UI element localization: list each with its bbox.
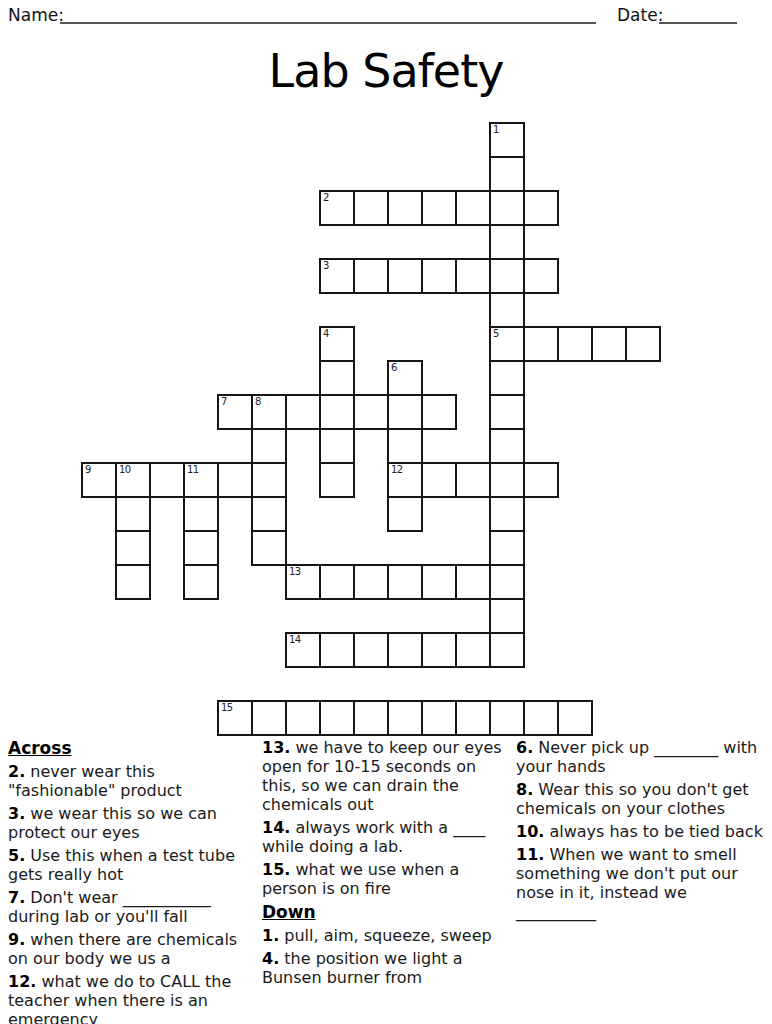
clue-num-down-8: 8. [516,780,533,799]
clue-num-across-7: 7. [8,888,25,907]
clue-across-13: 13. we have to keep our eyes open for 10… [262,738,508,814]
cell-number-4: 4 [323,328,329,339]
grid-cell-r6c13[interactable] [523,326,559,362]
grid-cell-r11c5[interactable] [251,496,287,532]
grid-cell-r6c14[interactable] [557,326,593,362]
crossword-grid: 123456789101112131415 [81,122,661,736]
clue-num-across-5: 5. [8,846,25,865]
grid-cell-r13c10[interactable] [421,564,457,600]
grid-cell-r13c3[interactable] [183,564,219,600]
clue-across-2: 2. never wear this "fashionable" product [8,762,256,800]
grid-cell-r17c12[interactable] [489,700,525,736]
grid-cell-r10c2[interactable] [149,462,185,498]
clue-num-down-1: 1. [262,926,279,945]
cell-number-2: 2 [323,192,329,203]
grid-cell-r6c12[interactable]: 5 [489,326,525,362]
clue-column-left: Across2. never wear this "fashionable" p… [8,738,256,1024]
grid-cell-r8c4[interactable]: 7 [217,394,253,430]
grid-cell-r17c10[interactable] [421,700,457,736]
grid-cell-r12c1[interactable] [115,530,151,566]
grid-cell-r4c7[interactable]: 3 [319,258,355,294]
grid-cell-r10c4[interactable] [217,462,253,498]
cell-number-8: 8 [255,396,261,407]
cell-number-10: 10 [119,464,131,475]
grid-cell-r9c12[interactable] [489,428,525,464]
grid-cell-r17c11[interactable] [455,700,491,736]
grid-cell-r1c12[interactable] [489,156,525,192]
grid-cell-r8c5[interactable]: 8 [251,394,287,430]
grid-cell-r8c8[interactable] [353,394,389,430]
grid-cell-r15c7[interactable] [319,632,355,668]
grid-cell-r10c5[interactable] [251,462,287,498]
cell-number-7: 7 [221,396,227,407]
grid-cell-r8c9[interactable] [387,394,423,430]
grid-cell-r11c3[interactable] [183,496,219,532]
grid-cell-r10c1[interactable]: 10 [115,462,151,498]
date-blank-line[interactable] [659,4,737,24]
grid-cell-r8c12[interactable] [489,394,525,430]
clue-across-3: 3. we wear this so we can protect our ey… [8,804,256,842]
grid-cell-r17c6[interactable] [285,700,321,736]
clue-num-across-14: 14. [262,818,290,837]
clue-column-middle: 13. we have to keep our eyes open for 10… [262,738,508,991]
clues-heading-down: Down [262,902,508,922]
grid-cell-r10c12[interactable] [489,462,525,498]
clues-heading-across: Across [8,738,256,758]
grid-cell-r10c9[interactable]: 12 [387,462,423,498]
grid-cell-r13c12[interactable] [489,564,525,600]
grid-cell-r8c10[interactable] [421,394,457,430]
grid-cell-r17c14[interactable] [557,700,593,736]
grid-cell-r13c6[interactable]: 13 [285,564,321,600]
grid-cell-r11c9[interactable] [387,496,423,532]
clue-across-15: 15. what we use when a person is on fire [262,860,508,898]
grid-cell-r11c12[interactable] [489,496,525,532]
grid-cell-r9c5[interactable] [251,428,287,464]
grid-cell-r10c7[interactable] [319,462,355,498]
cell-number-11: 11 [187,464,199,475]
grid-cell-r15c6[interactable]: 14 [285,632,321,668]
cell-number-6: 6 [391,362,397,373]
grid-cell-r2c8[interactable] [353,190,389,226]
grid-cell-r7c12[interactable] [489,360,525,396]
cell-number-14: 14 [289,634,301,645]
clue-across-5: 5. Use this when a test tube gets really… [8,846,256,884]
cell-number-3: 3 [323,260,329,271]
grid-cell-r5c12[interactable] [489,292,525,328]
grid-cell-r2c7[interactable]: 2 [319,190,355,226]
grid-cell-r15c12[interactable] [489,632,525,668]
grid-cell-r10c10[interactable] [421,462,457,498]
clue-across-9: 9. when there are chemicals on our body … [8,930,256,968]
grid-cell-r13c9[interactable] [387,564,423,600]
grid-cell-r10c0[interactable]: 9 [81,462,117,498]
clue-num-down-4: 4. [262,949,279,968]
clue-num-across-2: 2. [8,762,25,781]
grid-cell-r14c12[interactable] [489,598,525,634]
grid-cell-r6c15[interactable] [591,326,627,362]
name-label: Name: [8,5,64,25]
grid-cell-r12c3[interactable] [183,530,219,566]
name-blank-line[interactable] [60,4,596,24]
grid-cell-r17c7[interactable] [319,700,355,736]
clue-num-down-10: 10. [516,822,544,841]
clue-column-right: 6. Never pick up ________ with your hand… [516,738,768,925]
grid-cell-r8c7[interactable] [319,394,355,430]
grid-cell-r12c12[interactable] [489,530,525,566]
grid-cell-r17c5[interactable] [251,700,287,736]
cell-number-13: 13 [289,566,301,577]
grid-cell-r9c9[interactable] [387,428,423,464]
grid-cell-r8c6[interactable] [285,394,321,430]
grid-cell-r4c10[interactable] [421,258,457,294]
grid-cell-r15c8[interactable] [353,632,389,668]
cell-number-12: 12 [391,464,403,475]
clue-num-down-11: 11. [516,845,544,864]
grid-cell-r4c11[interactable] [455,258,491,294]
clue-num-down-6: 6. [516,738,533,757]
grid-cell-r15c10[interactable] [421,632,457,668]
grid-cell-r2c13[interactable] [523,190,559,226]
grid-cell-r6c16[interactable] [625,326,661,362]
grid-cell-r17c8[interactable] [353,700,389,736]
cell-number-1: 1 [493,124,499,135]
grid-cell-r9c7[interactable] [319,428,355,464]
grid-cell-r13c8[interactable] [353,564,389,600]
grid-cell-r7c7[interactable] [319,360,355,396]
grid-cell-r2c12[interactable] [489,190,525,226]
grid-cell-r4c9[interactable] [387,258,423,294]
cell-number-15: 15 [221,702,233,713]
grid-cell-r2c11[interactable] [455,190,491,226]
clue-num-across-9: 9. [8,930,25,949]
grid-cell-r3c12[interactable] [489,224,525,260]
clue-across-7: 7. Don't wear ___________ during lab or … [8,888,256,926]
clue-down-11: 11. When we want to smell something we d… [516,845,768,921]
clue-num-across-13: 13. [262,738,290,757]
grid-cell-r15c9[interactable] [387,632,423,668]
clue-down-1: 1. pull, aim, squeeze, sweep [262,926,508,945]
clue-across-14: 14. always work with a ____ while doing … [262,818,508,856]
clue-num-across-15: 15. [262,860,290,879]
grid-cell-r6c7[interactable]: 4 [319,326,355,362]
grid-cell-r11c1[interactable] [115,496,151,532]
grid-cell-r2c10[interactable] [421,190,457,226]
page-title: Lab Safety [0,44,772,98]
grid-cell-r13c1[interactable] [115,564,151,600]
cell-number-5: 5 [493,328,499,339]
grid-cell-r7c9[interactable]: 6 [387,360,423,396]
grid-cell-r0c12[interactable]: 1 [489,122,525,158]
date-label: Date: [617,5,663,25]
grid-cell-r17c4[interactable]: 15 [217,700,253,736]
grid-cell-r10c13[interactable] [523,462,559,498]
grid-cell-r10c3[interactable]: 11 [183,462,219,498]
grid-cell-r13c7[interactable] [319,564,355,600]
clue-down-10: 10. always has to be tied back [516,822,768,841]
grid-cell-r4c8[interactable] [353,258,389,294]
clue-across-12: 12. what we do to CALL the teacher when … [8,972,256,1024]
clue-num-across-3: 3. [8,804,25,823]
grid-cell-r4c13[interactable] [523,258,559,294]
clue-down-4: 4. the position we light a Bunsen burner… [262,949,508,987]
cell-number-9: 9 [85,464,91,475]
grid-cell-r15c11[interactable] [455,632,491,668]
grid-cell-r17c9[interactable] [387,700,423,736]
clue-down-6: 6. Never pick up ________ with your hand… [516,738,768,776]
grid-cell-r12c5[interactable] [251,530,287,566]
grid-cell-r13c11[interactable] [455,564,491,600]
grid-cell-r2c9[interactable] [387,190,423,226]
grid-cell-r4c12[interactable] [489,258,525,294]
clue-down-8: 8. Wear this so you don't get chemicals … [516,780,768,818]
grid-cell-r17c13[interactable] [523,700,559,736]
grid-cell-r10c11[interactable] [455,462,491,498]
clue-num-across-12: 12. [8,972,36,991]
